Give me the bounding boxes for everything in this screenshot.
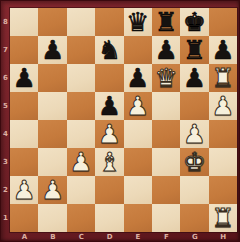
black-pawn[interactable]: ♟ xyxy=(211,36,234,64)
chessboard: ♛♜♚♟♞♟♜♟♟♟♛♟♜♟♟♟♟♟♟♝♚♟♟♜ xyxy=(10,8,237,232)
square-g1[interactable] xyxy=(180,204,208,232)
square-d8[interactable] xyxy=(95,8,123,36)
rank-label-2: 2 xyxy=(1,176,10,204)
square-h5[interactable]: ♟ xyxy=(209,92,237,120)
square-g4[interactable]: ♟ xyxy=(180,120,208,148)
white-pawn[interactable]: ♟ xyxy=(41,176,64,204)
square-h8[interactable] xyxy=(209,8,237,36)
rank-label-4: 4 xyxy=(1,120,10,148)
file-label-a: A xyxy=(10,232,39,242)
square-e8[interactable]: ♛ xyxy=(124,8,152,36)
square-g6[interactable]: ♟ xyxy=(180,64,208,92)
square-f2[interactable] xyxy=(152,176,180,204)
square-c3[interactable]: ♟ xyxy=(67,148,95,176)
black-pawn[interactable]: ♟ xyxy=(183,64,206,92)
white-queen[interactable]: ♛ xyxy=(154,64,177,92)
file-label-f: F xyxy=(152,232,181,242)
square-c8[interactable] xyxy=(67,8,95,36)
square-b7[interactable]: ♟ xyxy=(38,36,66,64)
white-pawn[interactable]: ♟ xyxy=(98,120,121,148)
square-g2[interactable] xyxy=(180,176,208,204)
square-c6[interactable] xyxy=(67,64,95,92)
square-e6[interactable]: ♟ xyxy=(124,64,152,92)
rank-label-3: 3 xyxy=(1,148,10,176)
square-h7[interactable]: ♟ xyxy=(209,36,237,64)
square-b5[interactable] xyxy=(38,92,66,120)
black-king[interactable]: ♚ xyxy=(183,8,206,36)
rank-label-6: 6 xyxy=(1,64,10,92)
white-pawn[interactable]: ♟ xyxy=(126,92,149,120)
square-h1[interactable]: ♜ xyxy=(209,204,237,232)
rank-label-1: 1 xyxy=(1,204,10,232)
square-e1[interactable] xyxy=(124,204,152,232)
black-pawn[interactable]: ♟ xyxy=(41,36,64,64)
file-label-g: G xyxy=(180,232,209,242)
square-h2[interactable] xyxy=(209,176,237,204)
square-b1[interactable] xyxy=(38,204,66,232)
square-c2[interactable] xyxy=(67,176,95,204)
rank-label-7: 7 xyxy=(1,36,10,64)
square-d1[interactable] xyxy=(95,204,123,232)
square-f4[interactable] xyxy=(152,120,180,148)
square-c7[interactable] xyxy=(67,36,95,64)
square-b2[interactable]: ♟ xyxy=(38,176,66,204)
white-king[interactable]: ♚ xyxy=(183,148,206,176)
square-f5[interactable] xyxy=(152,92,180,120)
rank-label-8: 8 xyxy=(1,8,10,36)
black-knight[interactable]: ♞ xyxy=(98,36,121,64)
square-d6[interactable] xyxy=(95,64,123,92)
square-a2[interactable]: ♟ xyxy=(10,176,38,204)
black-pawn[interactable]: ♟ xyxy=(154,36,177,64)
square-e3[interactable] xyxy=(124,148,152,176)
square-h6[interactable]: ♜ xyxy=(209,64,237,92)
square-c1[interactable] xyxy=(67,204,95,232)
square-g8[interactable]: ♚ xyxy=(180,8,208,36)
square-g3[interactable]: ♚ xyxy=(180,148,208,176)
file-label-d: D xyxy=(95,232,124,242)
white-rook[interactable]: ♜ xyxy=(211,204,234,232)
square-h4[interactable] xyxy=(209,120,237,148)
square-e2[interactable] xyxy=(124,176,152,204)
white-rook[interactable]: ♜ xyxy=(211,64,234,92)
square-f7[interactable]: ♟ xyxy=(152,36,180,64)
black-rook[interactable]: ♜ xyxy=(154,8,177,36)
square-b8[interactable] xyxy=(38,8,66,36)
board-frame: ♛♜♚♟♞♟♜♟♟♟♛♟♜♟♟♟♟♟♟♝♚♟♟♜ 87654321 ABCDEF… xyxy=(0,0,240,242)
square-f6[interactable]: ♛ xyxy=(152,64,180,92)
square-f3[interactable] xyxy=(152,148,180,176)
black-pawn[interactable]: ♟ xyxy=(126,64,149,92)
square-a3[interactable] xyxy=(10,148,38,176)
square-a6[interactable]: ♟ xyxy=(10,64,38,92)
square-d4[interactable]: ♟ xyxy=(95,120,123,148)
black-rook[interactable]: ♜ xyxy=(183,36,206,64)
square-d2[interactable] xyxy=(95,176,123,204)
white-pawn[interactable]: ♟ xyxy=(13,176,36,204)
black-queen[interactable]: ♛ xyxy=(126,8,149,36)
square-d5[interactable]: ♟ xyxy=(95,92,123,120)
square-a8[interactable] xyxy=(10,8,38,36)
square-g7[interactable]: ♜ xyxy=(180,36,208,64)
white-pawn[interactable]: ♟ xyxy=(183,120,206,148)
square-h3[interactable] xyxy=(209,148,237,176)
black-pawn[interactable]: ♟ xyxy=(13,64,36,92)
white-bishop[interactable]: ♝ xyxy=(98,148,121,176)
white-pawn[interactable]: ♟ xyxy=(69,148,92,176)
square-a5[interactable] xyxy=(10,92,38,120)
square-b4[interactable] xyxy=(38,120,66,148)
file-label-e: E xyxy=(124,232,153,242)
file-label-h: H xyxy=(209,232,238,242)
square-b3[interactable] xyxy=(38,148,66,176)
square-b6[interactable] xyxy=(38,64,66,92)
square-e7[interactable] xyxy=(124,36,152,64)
file-label-b: B xyxy=(38,232,67,242)
square-g5[interactable] xyxy=(180,92,208,120)
square-c5[interactable] xyxy=(67,92,95,120)
square-e5[interactable]: ♟ xyxy=(124,92,152,120)
square-c4[interactable] xyxy=(67,120,95,148)
rank-label-5: 5 xyxy=(1,92,10,120)
square-e4[interactable] xyxy=(124,120,152,148)
square-a1[interactable] xyxy=(10,204,38,232)
square-a7[interactable] xyxy=(10,36,38,64)
black-pawn[interactable]: ♟ xyxy=(98,92,121,120)
white-pawn[interactable]: ♟ xyxy=(211,92,234,120)
square-d3[interactable]: ♝ xyxy=(95,148,123,176)
square-d7[interactable]: ♞ xyxy=(95,36,123,64)
square-a4[interactable] xyxy=(10,120,38,148)
file-label-c: C xyxy=(67,232,96,242)
square-f1[interactable] xyxy=(152,204,180,232)
square-f8[interactable]: ♜ xyxy=(152,8,180,36)
